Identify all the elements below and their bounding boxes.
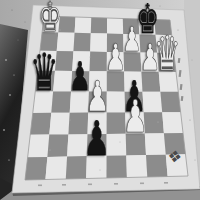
square-d6[interactable] <box>90 52 107 72</box>
square-a1[interactable] <box>25 157 47 180</box>
square-a2[interactable] <box>28 135 50 158</box>
square-d7[interactable] <box>90 33 107 52</box>
square-h3[interactable] <box>162 112 183 133</box>
piece-black-queen-a5[interactable]: ♛ <box>30 42 59 102</box>
square-c7[interactable] <box>73 33 90 52</box>
square-h4[interactable] <box>160 92 180 113</box>
square-b3[interactable] <box>49 113 69 135</box>
piece-white-queen-h6[interactable]: ♛ <box>154 26 181 81</box>
square-e8[interactable] <box>107 18 123 34</box>
square-g1[interactable] <box>146 155 168 177</box>
photo-canvas: ❖ ♚♚♟♟♟♛♛♟♟♟♟♟ <box>0 0 200 200</box>
brand-emblem-icon: ❖ <box>166 146 183 167</box>
square-b2[interactable] <box>47 134 68 157</box>
square-c8[interactable] <box>75 17 92 33</box>
square-a3[interactable] <box>30 113 51 135</box>
piece-white-king-a8[interactable]: ♚ <box>39 0 62 40</box>
chessboard-photo: ❖ ♚♚♟♟♟♛♛♟♟♟♟♟ <box>0 0 200 200</box>
square-d8[interactable] <box>91 18 107 34</box>
square-f1[interactable] <box>126 155 147 177</box>
piece-black-pawn-d2[interactable]: ♟ <box>83 110 110 165</box>
square-g2[interactable] <box>145 133 166 155</box>
piece-white-pawn-f3[interactable]: ♟ <box>123 90 148 143</box>
square-b1[interactable] <box>45 157 67 180</box>
